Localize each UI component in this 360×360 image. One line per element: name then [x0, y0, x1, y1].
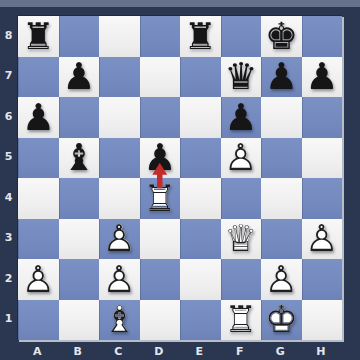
square-g5[interactable]	[261, 138, 302, 179]
white-bishop-piece[interactable]: ♝♗	[99, 300, 140, 341]
rank-label-5: 5	[0, 137, 17, 178]
piece-outline-glyph: ♙	[221, 138, 262, 179]
piece-fill-glyph: ♛	[221, 57, 262, 98]
square-g2[interactable]: ♟♙	[261, 259, 302, 300]
square-a5[interactable]	[18, 138, 59, 179]
white-rook-piece[interactable]: ♜♖	[140, 178, 181, 219]
rank-label-6: 6	[0, 96, 17, 137]
piece-fill-glyph: ♟	[140, 138, 181, 179]
square-e6[interactable]	[180, 97, 221, 138]
black-queen-piece[interactable]: ♛	[221, 57, 262, 98]
square-f5[interactable]: ♟♙	[221, 138, 262, 179]
piece-outline-glyph: ♙	[99, 219, 140, 260]
piece-outline-glyph: ♙	[302, 219, 343, 260]
square-c2[interactable]: ♟♙	[99, 259, 140, 300]
white-king-piece[interactable]: ♚♔	[261, 300, 302, 341]
square-a4[interactable]	[18, 178, 59, 219]
piece-outline-glyph: ♖	[221, 300, 262, 341]
piece-fill-glyph: ♝	[59, 138, 100, 179]
square-h8[interactable]	[302, 16, 343, 57]
frame-top-bevel	[0, 0, 360, 7]
rank-label-1: 1	[0, 299, 17, 340]
file-labels: ABCDEFGH	[17, 341, 341, 360]
square-c1[interactable]: ♝♗	[99, 300, 140, 341]
square-c8[interactable]	[99, 16, 140, 57]
square-c5[interactable]	[99, 138, 140, 179]
piece-outline-glyph: ♕	[221, 219, 262, 260]
piece-outline-glyph: ♔	[261, 300, 302, 341]
square-g4[interactable]	[261, 178, 302, 219]
square-e8[interactable]: ♜	[180, 16, 221, 57]
white-pawn-piece[interactable]: ♟♙	[261, 259, 302, 300]
file-label-d: D	[139, 341, 180, 360]
square-a8[interactable]: ♜	[18, 16, 59, 57]
square-b3[interactable]	[59, 219, 100, 260]
black-pawn-piece[interactable]: ♟	[221, 97, 262, 138]
white-pawn-piece[interactable]: ♟♙	[221, 138, 262, 179]
square-e5[interactable]	[180, 138, 221, 179]
file-label-e: E	[179, 341, 220, 360]
square-d1[interactable]	[140, 300, 181, 341]
black-pawn-piece[interactable]: ♟	[59, 57, 100, 98]
file-label-c: C	[98, 341, 139, 360]
piece-outline-glyph: ♙	[261, 259, 302, 300]
square-a1[interactable]	[18, 300, 59, 341]
square-e4[interactable]	[180, 178, 221, 219]
square-d2[interactable]	[140, 259, 181, 300]
square-d4[interactable]: ♜♖	[140, 178, 181, 219]
black-pawn-piece[interactable]: ♟	[18, 97, 59, 138]
file-label-h: H	[301, 341, 342, 360]
piece-outline-glyph: ♙	[18, 259, 59, 300]
square-a7[interactable]	[18, 57, 59, 98]
square-h5[interactable]	[302, 138, 343, 179]
white-rook-piece[interactable]: ♜♖	[221, 300, 262, 341]
square-d7[interactable]	[140, 57, 181, 98]
square-d8[interactable]	[140, 16, 181, 57]
square-a6[interactable]: ♟	[18, 97, 59, 138]
square-b6[interactable]	[59, 97, 100, 138]
black-bishop-piece[interactable]: ♝	[59, 138, 100, 179]
square-g6[interactable]	[261, 97, 302, 138]
square-h2[interactable]	[302, 259, 343, 300]
square-e2[interactable]	[180, 259, 221, 300]
piece-fill-glyph: ♟	[302, 57, 343, 98]
rank-label-4: 4	[0, 177, 17, 218]
rank-label-3: 3	[0, 218, 17, 259]
piece-fill-glyph: ♜	[180, 16, 221, 57]
black-rook-piece[interactable]: ♜	[180, 16, 221, 57]
white-pawn-piece[interactable]: ♟♙	[18, 259, 59, 300]
piece-fill-glyph: ♟	[59, 57, 100, 98]
square-h1[interactable]	[302, 300, 343, 341]
square-f1[interactable]: ♜♖	[221, 300, 262, 341]
square-d3[interactable]	[140, 219, 181, 260]
rank-label-2: 2	[0, 258, 17, 299]
square-f4[interactable]	[221, 178, 262, 219]
square-a2[interactable]: ♟♙	[18, 259, 59, 300]
square-b2[interactable]	[59, 259, 100, 300]
square-h4[interactable]	[302, 178, 343, 219]
square-g8[interactable]: ♚	[261, 16, 302, 57]
rank-label-8: 8	[0, 15, 17, 56]
square-b1[interactable]	[59, 300, 100, 341]
square-b4[interactable]	[59, 178, 100, 219]
square-e3[interactable]	[180, 219, 221, 260]
piece-fill-glyph: ♟	[18, 97, 59, 138]
rank-labels: 87654321	[0, 15, 17, 339]
square-f6[interactable]: ♟	[221, 97, 262, 138]
piece-outline-glyph: ♖	[140, 178, 181, 219]
file-label-f: F	[220, 341, 261, 360]
square-f7[interactable]: ♛	[221, 57, 262, 98]
square-c7[interactable]	[99, 57, 140, 98]
square-f3[interactable]: ♛♕	[221, 219, 262, 260]
white-queen-piece[interactable]: ♛♕	[221, 219, 262, 260]
piece-fill-glyph: ♜	[18, 16, 59, 57]
file-label-g: G	[260, 341, 301, 360]
square-d6[interactable]	[140, 97, 181, 138]
file-label-b: B	[58, 341, 99, 360]
square-b5[interactable]: ♝	[59, 138, 100, 179]
square-c6[interactable]	[99, 97, 140, 138]
square-f8[interactable]	[221, 16, 262, 57]
white-pawn-piece[interactable]: ♟♙	[99, 219, 140, 260]
square-c4[interactable]	[99, 178, 140, 219]
piece-outline-glyph: ♙	[99, 259, 140, 300]
square-f2[interactable]	[221, 259, 262, 300]
square-h7[interactable]: ♟	[302, 57, 343, 98]
black-pawn-piece[interactable]: ♟	[140, 138, 181, 179]
chess-board: ♜♜♚♟♛♟♟♟♟♝♟♟♙♜♖♟♙♛♕♟♙♟♙♟♙♟♙♝♗♜♖♚♔	[17, 15, 342, 340]
file-label-a: A	[17, 341, 58, 360]
piece-fill-glyph: ♚	[261, 16, 302, 57]
square-e7[interactable]	[180, 57, 221, 98]
black-pawn-piece[interactable]: ♟	[302, 57, 343, 98]
square-e1[interactable]	[180, 300, 221, 341]
white-pawn-piece[interactable]: ♟♙	[302, 219, 343, 260]
chess-diagram: 87654321 ♜♜♚♟♛♟♟♟♟♝♟♟♙♜♖♟♙♛♕♟♙♟♙♟♙♟♙♝♗♜♖…	[0, 0, 360, 360]
square-h3[interactable]: ♟♙	[302, 219, 343, 260]
black-pawn-piece[interactable]: ♟	[261, 57, 302, 98]
square-g3[interactable]	[261, 219, 302, 260]
black-king-piece[interactable]: ♚	[261, 16, 302, 57]
black-rook-piece[interactable]: ♜	[18, 16, 59, 57]
square-g7[interactable]: ♟	[261, 57, 302, 98]
piece-outline-glyph: ♗	[99, 300, 140, 341]
square-c3[interactable]: ♟♙	[99, 219, 140, 260]
piece-fill-glyph: ♟	[261, 57, 302, 98]
square-g1[interactable]: ♚♔	[261, 300, 302, 341]
square-a3[interactable]	[18, 219, 59, 260]
square-d5[interactable]: ♟	[140, 138, 181, 179]
white-pawn-piece[interactable]: ♟♙	[99, 259, 140, 300]
square-b8[interactable]	[59, 16, 100, 57]
rank-label-7: 7	[0, 56, 17, 97]
square-h6[interactable]	[302, 97, 343, 138]
piece-fill-glyph: ♟	[221, 97, 262, 138]
square-b7[interactable]: ♟	[59, 57, 100, 98]
